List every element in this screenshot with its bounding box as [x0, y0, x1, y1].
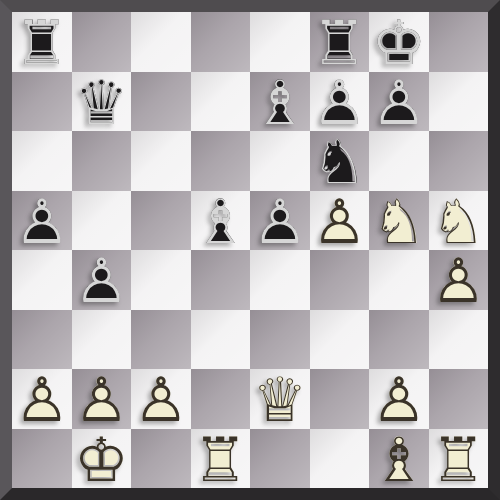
square-b4[interactable]: ♟♙ — [72, 250, 132, 310]
square-e2[interactable]: ♛♕ — [250, 369, 310, 429]
square-f4[interactable] — [310, 250, 370, 310]
chess-board: ♜♖♜♖♚♔♛♕♝♗♟♙♟♙♞♘♟♙♝♗♟♙♟♙♞♘♞♘♟♙♟♙♟♙♟♙♟♙♛♕… — [12, 12, 488, 488]
black-queen[interactable]: ♛♕ — [72, 72, 132, 132]
piece-glyph-outline: ♘ — [310, 131, 370, 191]
square-f1[interactable] — [310, 429, 370, 489]
square-e7[interactable]: ♝♗ — [250, 72, 310, 132]
square-h4[interactable]: ♟♙ — [429, 250, 489, 310]
black-rook[interactable]: ♜♖ — [310, 12, 370, 72]
square-c8[interactable] — [131, 12, 191, 72]
square-d6[interactable] — [191, 131, 251, 191]
square-h8[interactable] — [429, 12, 489, 72]
square-f5[interactable]: ♟♙ — [310, 191, 370, 251]
square-b1[interactable]: ♚♔ — [72, 429, 132, 489]
white-bishop[interactable]: ♝♗ — [369, 429, 429, 489]
square-g8[interactable]: ♚♔ — [369, 12, 429, 72]
black-pawn[interactable]: ♟♙ — [12, 191, 72, 251]
square-g4[interactable] — [369, 250, 429, 310]
white-pawn[interactable]: ♟♙ — [310, 191, 370, 251]
square-d1[interactable]: ♜♖ — [191, 429, 251, 489]
piece-glyph-outline: ♙ — [72, 369, 132, 429]
piece-glyph-outline: ♙ — [12, 369, 72, 429]
square-e6[interactable] — [250, 131, 310, 191]
square-g2[interactable]: ♟♙ — [369, 369, 429, 429]
square-e4[interactable] — [250, 250, 310, 310]
square-c5[interactable] — [131, 191, 191, 251]
square-h6[interactable] — [429, 131, 489, 191]
piece-glyph-outline: ♖ — [191, 429, 251, 489]
square-a1[interactable] — [12, 429, 72, 489]
black-bishop[interactable]: ♝♗ — [250, 72, 310, 132]
piece-glyph-outline: ♖ — [429, 429, 489, 489]
square-f6[interactable]: ♞♘ — [310, 131, 370, 191]
square-c1[interactable] — [131, 429, 191, 489]
piece-glyph-outline: ♙ — [310, 191, 370, 251]
piece-glyph-outline: ♙ — [12, 191, 72, 251]
piece-glyph-outline: ♖ — [12, 12, 72, 72]
black-rook[interactable]: ♜♖ — [12, 12, 72, 72]
square-b3[interactable] — [72, 310, 132, 370]
white-pawn[interactable]: ♟♙ — [429, 250, 489, 310]
piece-glyph-outline: ♕ — [72, 72, 132, 132]
white-king[interactable]: ♚♔ — [72, 429, 132, 489]
square-a8[interactable]: ♜♖ — [12, 12, 72, 72]
square-f3[interactable] — [310, 310, 370, 370]
piece-glyph-outline: ♙ — [310, 72, 370, 132]
square-d5[interactable]: ♝♗ — [191, 191, 251, 251]
white-knight[interactable]: ♞♘ — [429, 191, 489, 251]
square-e1[interactable] — [250, 429, 310, 489]
square-e3[interactable] — [250, 310, 310, 370]
square-g7[interactable]: ♟♙ — [369, 72, 429, 132]
white-rook[interactable]: ♜♖ — [429, 429, 489, 489]
white-pawn[interactable]: ♟♙ — [369, 369, 429, 429]
piece-glyph-outline: ♔ — [369, 12, 429, 72]
square-c7[interactable] — [131, 72, 191, 132]
square-c6[interactable] — [131, 131, 191, 191]
square-a7[interactable] — [12, 72, 72, 132]
piece-glyph-outline: ♙ — [131, 369, 191, 429]
square-b7[interactable]: ♛♕ — [72, 72, 132, 132]
square-b8[interactable] — [72, 12, 132, 72]
black-pawn[interactable]: ♟♙ — [250, 191, 310, 251]
piece-glyph-outline: ♖ — [310, 12, 370, 72]
piece-glyph-outline: ♗ — [250, 72, 310, 132]
piece-glyph-outline: ♙ — [369, 72, 429, 132]
piece-glyph-outline: ♗ — [369, 429, 429, 489]
square-f8[interactable]: ♜♖ — [310, 12, 370, 72]
square-d2[interactable] — [191, 369, 251, 429]
square-b6[interactable] — [72, 131, 132, 191]
square-d4[interactable] — [191, 250, 251, 310]
piece-glyph-outline: ♔ — [72, 429, 132, 489]
black-pawn[interactable]: ♟♙ — [72, 250, 132, 310]
black-king[interactable]: ♚♔ — [369, 12, 429, 72]
square-h5[interactable]: ♞♘ — [429, 191, 489, 251]
square-c4[interactable] — [131, 250, 191, 310]
square-a2[interactable]: ♟♙ — [12, 369, 72, 429]
black-pawn[interactable]: ♟♙ — [369, 72, 429, 132]
square-a3[interactable] — [12, 310, 72, 370]
white-rook[interactable]: ♜♖ — [191, 429, 251, 489]
square-d3[interactable] — [191, 310, 251, 370]
black-pawn[interactable]: ♟♙ — [310, 72, 370, 132]
square-e5[interactable]: ♟♙ — [250, 191, 310, 251]
square-c2[interactable]: ♟♙ — [131, 369, 191, 429]
square-e8[interactable] — [250, 12, 310, 72]
black-bishop[interactable]: ♝♗ — [191, 191, 251, 251]
square-d8[interactable] — [191, 12, 251, 72]
piece-glyph-outline: ♙ — [72, 250, 132, 310]
square-d7[interactable] — [191, 72, 251, 132]
square-a6[interactable] — [12, 131, 72, 191]
piece-glyph-outline: ♗ — [191, 191, 251, 251]
square-b5[interactable] — [72, 191, 132, 251]
square-g3[interactable] — [369, 310, 429, 370]
piece-glyph-outline: ♕ — [250, 369, 310, 429]
white-pawn[interactable]: ♟♙ — [131, 369, 191, 429]
square-b2[interactable]: ♟♙ — [72, 369, 132, 429]
white-knight[interactable]: ♞♘ — [369, 191, 429, 251]
piece-glyph-outline: ♙ — [369, 369, 429, 429]
black-knight[interactable]: ♞♘ — [310, 131, 370, 191]
square-h7[interactable] — [429, 72, 489, 132]
square-a4[interactable] — [12, 250, 72, 310]
piece-glyph-outline: ♙ — [250, 191, 310, 251]
piece-glyph-outline: ♘ — [429, 191, 489, 251]
square-c3[interactable] — [131, 310, 191, 370]
square-g1[interactable]: ♝♗ — [369, 429, 429, 489]
piece-glyph-outline: ♘ — [369, 191, 429, 251]
white-pawn[interactable]: ♟♙ — [12, 369, 72, 429]
square-g6[interactable] — [369, 131, 429, 191]
square-f2[interactable] — [310, 369, 370, 429]
square-a5[interactable]: ♟♙ — [12, 191, 72, 251]
square-h3[interactable] — [429, 310, 489, 370]
square-g5[interactable]: ♞♘ — [369, 191, 429, 251]
square-h1[interactable]: ♜♖ — [429, 429, 489, 489]
square-f7[interactable]: ♟♙ — [310, 72, 370, 132]
square-h2[interactable] — [429, 369, 489, 429]
board-frame: ♜♖♜♖♚♔♛♕♝♗♟♙♟♙♞♘♟♙♝♗♟♙♟♙♞♘♞♘♟♙♟♙♟♙♟♙♟♙♛♕… — [0, 0, 500, 500]
white-pawn[interactable]: ♟♙ — [72, 369, 132, 429]
piece-glyph-outline: ♙ — [429, 250, 489, 310]
white-queen[interactable]: ♛♕ — [250, 369, 310, 429]
